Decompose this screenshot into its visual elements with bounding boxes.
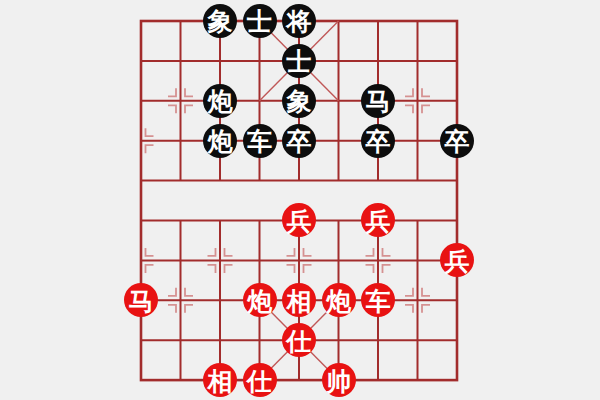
piece-glyph: 兵 (287, 209, 312, 234)
piece-red-elephant[interactable]: 相 (282, 283, 316, 317)
piece-glyph: 炮 (247, 289, 272, 314)
piece-glyph: 炮 (208, 129, 233, 154)
xiangqi-app: 象士将士炮象马炮车卒卒卒兵兵兵马炮相炮车仕相仕帅 (0, 0, 600, 400)
piece-red-soldier[interactable]: 兵 (440, 243, 474, 277)
piece-glyph: 将 (287, 9, 312, 34)
piece-red-cannon[interactable]: 炮 (243, 283, 277, 317)
piece-black-soldier[interactable]: 卒 (440, 124, 474, 158)
piece-glyph: 象 (287, 89, 312, 114)
piece-red-general[interactable]: 帅 (322, 363, 356, 397)
piece-glyph: 马 (129, 289, 154, 314)
piece-glyph: 仕 (287, 329, 312, 354)
piece-glyph: 炮 (326, 289, 351, 314)
piece-glyph: 车 (247, 129, 272, 154)
piece-glyph: 相 (287, 289, 312, 314)
piece-red-soldier[interactable]: 兵 (282, 203, 316, 237)
piece-glyph: 相 (208, 369, 233, 394)
piece-black-advisor[interactable]: 士 (243, 4, 277, 38)
piece-glyph: 卒 (287, 129, 312, 154)
piece-glyph: 仕 (247, 369, 272, 394)
piece-red-soldier[interactable]: 兵 (361, 203, 395, 237)
piece-glyph: 士 (247, 9, 272, 34)
piece-black-general[interactable]: 将 (282, 4, 316, 38)
piece-black-horse[interactable]: 马 (361, 84, 395, 118)
piece-glyph: 兵 (366, 209, 391, 234)
piece-glyph: 车 (366, 289, 391, 314)
piece-red-horse[interactable]: 马 (124, 283, 158, 317)
piece-black-cannon[interactable]: 炮 (203, 84, 237, 118)
piece-black-advisor[interactable]: 士 (282, 44, 316, 78)
piece-glyph: 象 (208, 9, 233, 34)
piece-glyph: 帅 (326, 369, 351, 394)
piece-black-soldier[interactable]: 卒 (282, 124, 316, 158)
piece-red-advisor[interactable]: 仕 (243, 363, 277, 397)
piece-glyph: 卒 (445, 129, 470, 154)
piece-black-soldier[interactable]: 卒 (361, 124, 395, 158)
piece-glyph: 马 (366, 89, 391, 114)
piece-glyph: 炮 (208, 89, 233, 114)
piece-red-advisor[interactable]: 仕 (282, 323, 316, 357)
xiangqi-board[interactable]: 象士将士炮象马炮车卒卒卒兵兵兵马炮相炮车仕相仕帅 (121, 1, 477, 400)
piece-black-cannon[interactable]: 炮 (203, 124, 237, 158)
piece-black-elephant[interactable]: 象 (203, 4, 237, 38)
piece-red-elephant[interactable]: 相 (203, 363, 237, 397)
piece-glyph: 士 (287, 49, 312, 74)
piece-red-cannon[interactable]: 炮 (322, 283, 356, 317)
piece-glyph: 兵 (445, 249, 470, 274)
piece-black-elephant[interactable]: 象 (282, 84, 316, 118)
piece-red-chariot[interactable]: 车 (361, 283, 395, 317)
piece-glyph: 卒 (366, 129, 391, 154)
piece-black-chariot[interactable]: 车 (243, 124, 277, 158)
